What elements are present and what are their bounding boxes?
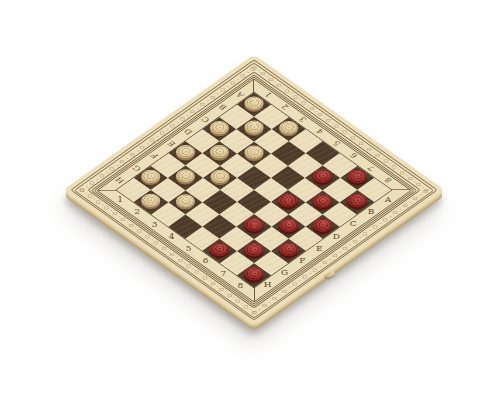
photo-background: ◇·◇·◇·◇·◇·◇·◇·◇·◇·◇·◇·◇·◇·◇·◇·◇·◇·◇·◇·◇·… <box>0 0 500 400</box>
latch-knob <box>324 270 336 279</box>
checkers-board-wrap: ◇·◇·◇·◇·◇·◇·◇·◇·◇·◇·◇·◇·◇·◇·◇·◇·◇·◇·◇·◇·… <box>63 54 445 325</box>
label-strip-mitre-line <box>254 287 255 301</box>
checkers-board: ◇·◇·◇·◇·◇·◇·◇·◇·◇·◇·◇·◇·◇·◇·◇·◇·◇·◇·◇·◇·… <box>63 54 445 325</box>
label-strip-mitre-line <box>391 189 411 190</box>
label-strip-mitre-line <box>97 190 117 191</box>
label-strip-mitre-line <box>253 79 254 93</box>
squares-grid <box>117 93 391 288</box>
